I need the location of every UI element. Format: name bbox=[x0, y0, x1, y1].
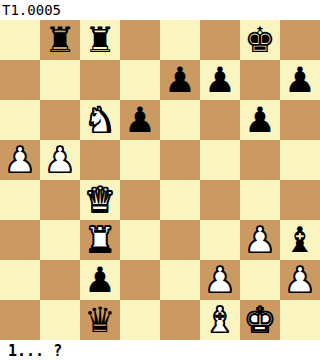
square-d6[interactable]: ♟ bbox=[120, 100, 160, 140]
square-b6[interactable] bbox=[40, 100, 80, 140]
square-c1[interactable]: ♛ bbox=[80, 300, 120, 340]
square-g4[interactable] bbox=[240, 180, 280, 220]
white-pawn: ♟ bbox=[0, 140, 40, 180]
square-g3[interactable]: ♟ bbox=[240, 220, 280, 260]
black-queen: ♛ bbox=[80, 300, 120, 340]
puzzle-title: T1.0005 bbox=[0, 0, 320, 20]
black-rook: ♜ bbox=[40, 20, 80, 60]
square-c4[interactable]: ♛ bbox=[80, 180, 120, 220]
square-b5[interactable]: ♟ bbox=[40, 140, 80, 180]
square-c5[interactable] bbox=[80, 140, 120, 180]
square-c3[interactable]: ♜ bbox=[80, 220, 120, 260]
square-f6[interactable] bbox=[200, 100, 240, 140]
white-pawn: ♟ bbox=[200, 260, 240, 300]
square-a7[interactable] bbox=[0, 60, 40, 100]
square-b1[interactable] bbox=[40, 300, 80, 340]
white-king: ♚ bbox=[240, 300, 280, 340]
square-g2[interactable] bbox=[240, 260, 280, 300]
square-b2[interactable] bbox=[40, 260, 80, 300]
white-knight: ♞ bbox=[80, 100, 120, 140]
square-g8[interactable]: ♚ bbox=[240, 20, 280, 60]
black-pawn: ♟ bbox=[80, 260, 120, 300]
square-d4[interactable] bbox=[120, 180, 160, 220]
square-h2[interactable]: ♟ bbox=[280, 260, 320, 300]
square-f1[interactable]: ♝ bbox=[200, 300, 240, 340]
square-e3[interactable] bbox=[160, 220, 200, 260]
square-c2[interactable]: ♟ bbox=[80, 260, 120, 300]
square-h8[interactable] bbox=[280, 20, 320, 60]
square-g7[interactable] bbox=[240, 60, 280, 100]
square-f4[interactable] bbox=[200, 180, 240, 220]
square-e8[interactable] bbox=[160, 20, 200, 60]
square-g6[interactable]: ♟ bbox=[240, 100, 280, 140]
square-b7[interactable] bbox=[40, 60, 80, 100]
square-e1[interactable] bbox=[160, 300, 200, 340]
square-b3[interactable] bbox=[40, 220, 80, 260]
square-e5[interactable] bbox=[160, 140, 200, 180]
chess-board: ♜♜♚♟♟♟♞♟♟♟♟♛♜♟♝♟♟♟♛♝♚ bbox=[0, 20, 320, 340]
square-h4[interactable] bbox=[280, 180, 320, 220]
square-b4[interactable] bbox=[40, 180, 80, 220]
square-d8[interactable] bbox=[120, 20, 160, 60]
square-h3[interactable]: ♝ bbox=[280, 220, 320, 260]
square-c8[interactable]: ♜ bbox=[80, 20, 120, 60]
black-pawn: ♟ bbox=[160, 60, 200, 100]
white-pawn: ♟ bbox=[40, 140, 80, 180]
square-h6[interactable] bbox=[280, 100, 320, 140]
black-king: ♚ bbox=[240, 20, 280, 60]
square-a2[interactable] bbox=[0, 260, 40, 300]
square-a5[interactable]: ♟ bbox=[0, 140, 40, 180]
black-pawn: ♟ bbox=[120, 100, 160, 140]
square-d1[interactable] bbox=[120, 300, 160, 340]
square-h7[interactable]: ♟ bbox=[280, 60, 320, 100]
black-pawn: ♟ bbox=[240, 100, 280, 140]
black-rook: ♜ bbox=[80, 20, 120, 60]
square-f8[interactable] bbox=[200, 20, 240, 60]
square-f2[interactable]: ♟ bbox=[200, 260, 240, 300]
white-rook: ♜ bbox=[80, 220, 120, 260]
square-h1[interactable] bbox=[280, 300, 320, 340]
square-h5[interactable] bbox=[280, 140, 320, 180]
square-g1[interactable]: ♚ bbox=[240, 300, 280, 340]
square-d2[interactable] bbox=[120, 260, 160, 300]
white-queen: ♛ bbox=[80, 180, 120, 220]
square-e6[interactable] bbox=[160, 100, 200, 140]
square-a6[interactable] bbox=[0, 100, 40, 140]
white-pawn: ♟ bbox=[240, 220, 280, 260]
square-e4[interactable] bbox=[160, 180, 200, 220]
square-f3[interactable] bbox=[200, 220, 240, 260]
square-a1[interactable] bbox=[0, 300, 40, 340]
square-d3[interactable] bbox=[120, 220, 160, 260]
square-a4[interactable] bbox=[0, 180, 40, 220]
white-bishop: ♝ bbox=[200, 300, 240, 340]
black-pawn: ♟ bbox=[280, 60, 320, 100]
black-pawn: ♟ bbox=[200, 60, 240, 100]
square-e7[interactable]: ♟ bbox=[160, 60, 200, 100]
black-bishop: ♝ bbox=[280, 220, 320, 260]
square-f5[interactable] bbox=[200, 140, 240, 180]
square-a8[interactable] bbox=[0, 20, 40, 60]
white-pawn: ♟ bbox=[280, 260, 320, 300]
square-b8[interactable]: ♜ bbox=[40, 20, 80, 60]
square-c6[interactable]: ♞ bbox=[80, 100, 120, 140]
square-f7[interactable]: ♟ bbox=[200, 60, 240, 100]
square-c7[interactable] bbox=[80, 60, 120, 100]
square-d5[interactable] bbox=[120, 140, 160, 180]
square-a3[interactable] bbox=[0, 220, 40, 260]
square-g5[interactable] bbox=[240, 140, 280, 180]
square-d7[interactable] bbox=[120, 60, 160, 100]
square-e2[interactable] bbox=[160, 260, 200, 300]
move-prompt: 1... ? bbox=[0, 340, 320, 360]
